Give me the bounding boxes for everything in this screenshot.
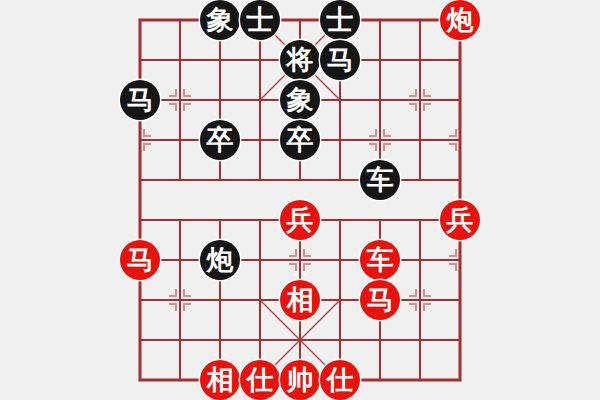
board-point[interactable] [200, 40, 240, 80]
board-grid: 象士士炮将马马象卒卒车兵兵马炮车相马相仕帅仕 [120, 0, 480, 400]
piece-black-general[interactable]: 将 [280, 40, 320, 80]
board-point[interactable] [360, 320, 400, 360]
board-point[interactable] [120, 280, 160, 320]
board-point[interactable] [200, 280, 240, 320]
board-point[interactable] [200, 80, 240, 120]
board-point[interactable] [440, 40, 480, 80]
board-point[interactable] [360, 120, 400, 160]
board-point[interactable] [320, 80, 360, 120]
board-point[interactable]: 相 [280, 280, 320, 320]
board-point[interactable] [320, 160, 360, 200]
board-point[interactable] [240, 40, 280, 80]
board-point[interactable] [440, 360, 480, 400]
board-point[interactable]: 炮 [200, 240, 240, 280]
board-point[interactable] [160, 40, 200, 80]
piece-red-advisor[interactable]: 仕 [320, 360, 360, 400]
board-point[interactable] [400, 200, 440, 240]
board-point[interactable] [160, 0, 200, 40]
board-point[interactable] [120, 120, 160, 160]
board-point[interactable] [280, 160, 320, 200]
board-point[interactable] [280, 0, 320, 40]
board-point[interactable] [160, 120, 200, 160]
board-point[interactable]: 卒 [200, 120, 240, 160]
board-point[interactable]: 象 [200, 0, 240, 40]
board-point[interactable] [120, 0, 160, 40]
xiangqi-board: 象士士炮将马马象卒卒车兵兵马炮车相马相仕帅仕 [0, 0, 600, 400]
piece-red-chariot[interactable]: 车 [360, 240, 400, 280]
board-point[interactable] [200, 320, 240, 360]
piece-black-horse[interactable]: 马 [320, 40, 360, 80]
board-point[interactable]: 仕 [240, 360, 280, 400]
piece-black-advisor[interactable]: 士 [320, 0, 360, 40]
board-point[interactable]: 象 [280, 80, 320, 120]
piece-black-advisor[interactable]: 士 [240, 0, 280, 40]
board-point[interactable]: 马 [360, 280, 400, 320]
board-point[interactable] [200, 160, 240, 200]
board-point[interactable] [200, 200, 240, 240]
board-point[interactable] [400, 80, 440, 120]
board-point[interactable] [320, 280, 360, 320]
board-point[interactable]: 相 [200, 360, 240, 400]
piece-red-horse[interactable]: 马 [360, 280, 400, 320]
board-point[interactable] [360, 360, 400, 400]
board-point[interactable] [120, 360, 160, 400]
board-point[interactable] [400, 360, 440, 400]
board-point[interactable] [400, 0, 440, 40]
piece-black-elephant[interactable]: 象 [200, 0, 240, 40]
board-point[interactable] [160, 320, 200, 360]
board-point[interactable] [120, 200, 160, 240]
board-point[interactable] [160, 240, 200, 280]
board-point[interactable]: 马 [120, 240, 160, 280]
piece-black-pawn[interactable]: 卒 [280, 120, 320, 160]
board-point[interactable]: 车 [360, 240, 400, 280]
board-point[interactable] [440, 120, 480, 160]
board-point[interactable] [320, 120, 360, 160]
board-point[interactable] [240, 240, 280, 280]
board-point[interactable] [440, 240, 480, 280]
piece-black-cannon[interactable]: 炮 [200, 240, 240, 280]
board-point[interactable] [400, 240, 440, 280]
board-point[interactable] [360, 0, 400, 40]
board-point[interactable] [440, 280, 480, 320]
board-point[interactable] [440, 160, 480, 200]
board-point[interactable] [160, 200, 200, 240]
board-point[interactable] [240, 200, 280, 240]
board-point[interactable] [320, 320, 360, 360]
board-point[interactable] [360, 80, 400, 120]
piece-red-horse[interactable]: 马 [120, 240, 160, 280]
piece-black-chariot[interactable]: 车 [360, 160, 400, 200]
piece-red-elephant[interactable]: 相 [280, 280, 320, 320]
board-point[interactable] [360, 200, 400, 240]
board-point[interactable] [400, 40, 440, 80]
board-point[interactable] [160, 280, 200, 320]
board-point[interactable] [280, 240, 320, 280]
board-point[interactable] [240, 280, 280, 320]
board-point[interactable] [400, 320, 440, 360]
board-point[interactable] [320, 240, 360, 280]
board-point[interactable]: 车 [360, 160, 400, 200]
piece-red-elephant[interactable]: 相 [200, 360, 240, 400]
board-point[interactable] [120, 160, 160, 200]
board-point[interactable] [120, 40, 160, 80]
board-point[interactable] [280, 320, 320, 360]
board-point[interactable] [160, 160, 200, 200]
board-point[interactable] [160, 80, 200, 120]
piece-red-pawn[interactable]: 兵 [280, 200, 320, 240]
piece-black-horse[interactable]: 马 [120, 80, 160, 120]
board-point[interactable] [440, 320, 480, 360]
board-point[interactable]: 帅 [280, 360, 320, 400]
board-point[interactable] [240, 160, 280, 200]
board-point[interactable]: 卒 [280, 120, 320, 160]
board-point[interactable] [320, 200, 360, 240]
piece-red-pawn[interactable]: 兵 [440, 200, 480, 240]
board-point[interactable] [240, 80, 280, 120]
board-point[interactable]: 兵 [280, 200, 320, 240]
piece-black-pawn[interactable]: 卒 [200, 120, 240, 160]
board-point[interactable]: 士 [240, 0, 280, 40]
board-point[interactable]: 马 [120, 80, 160, 120]
board-point[interactable] [120, 320, 160, 360]
board-point[interactable]: 马 [320, 40, 360, 80]
piece-red-general[interactable]: 帅 [280, 360, 320, 400]
piece-red-cannon[interactable]: 炮 [440, 0, 480, 40]
board-point[interactable]: 兵 [440, 200, 480, 240]
board-point[interactable] [400, 120, 440, 160]
board-point[interactable]: 仕 [320, 360, 360, 400]
piece-black-elephant[interactable]: 象 [280, 80, 320, 120]
board-point[interactable]: 将 [280, 40, 320, 80]
board-point[interactable] [160, 360, 200, 400]
board-point[interactable] [400, 280, 440, 320]
board-point[interactable] [440, 80, 480, 120]
board-point[interactable] [240, 320, 280, 360]
board-point[interactable]: 炮 [440, 0, 480, 40]
board-point[interactable]: 士 [320, 0, 360, 40]
board-point[interactable] [240, 120, 280, 160]
board-point[interactable] [400, 160, 440, 200]
board-point[interactable] [360, 40, 400, 80]
piece-red-advisor[interactable]: 仕 [240, 360, 280, 400]
